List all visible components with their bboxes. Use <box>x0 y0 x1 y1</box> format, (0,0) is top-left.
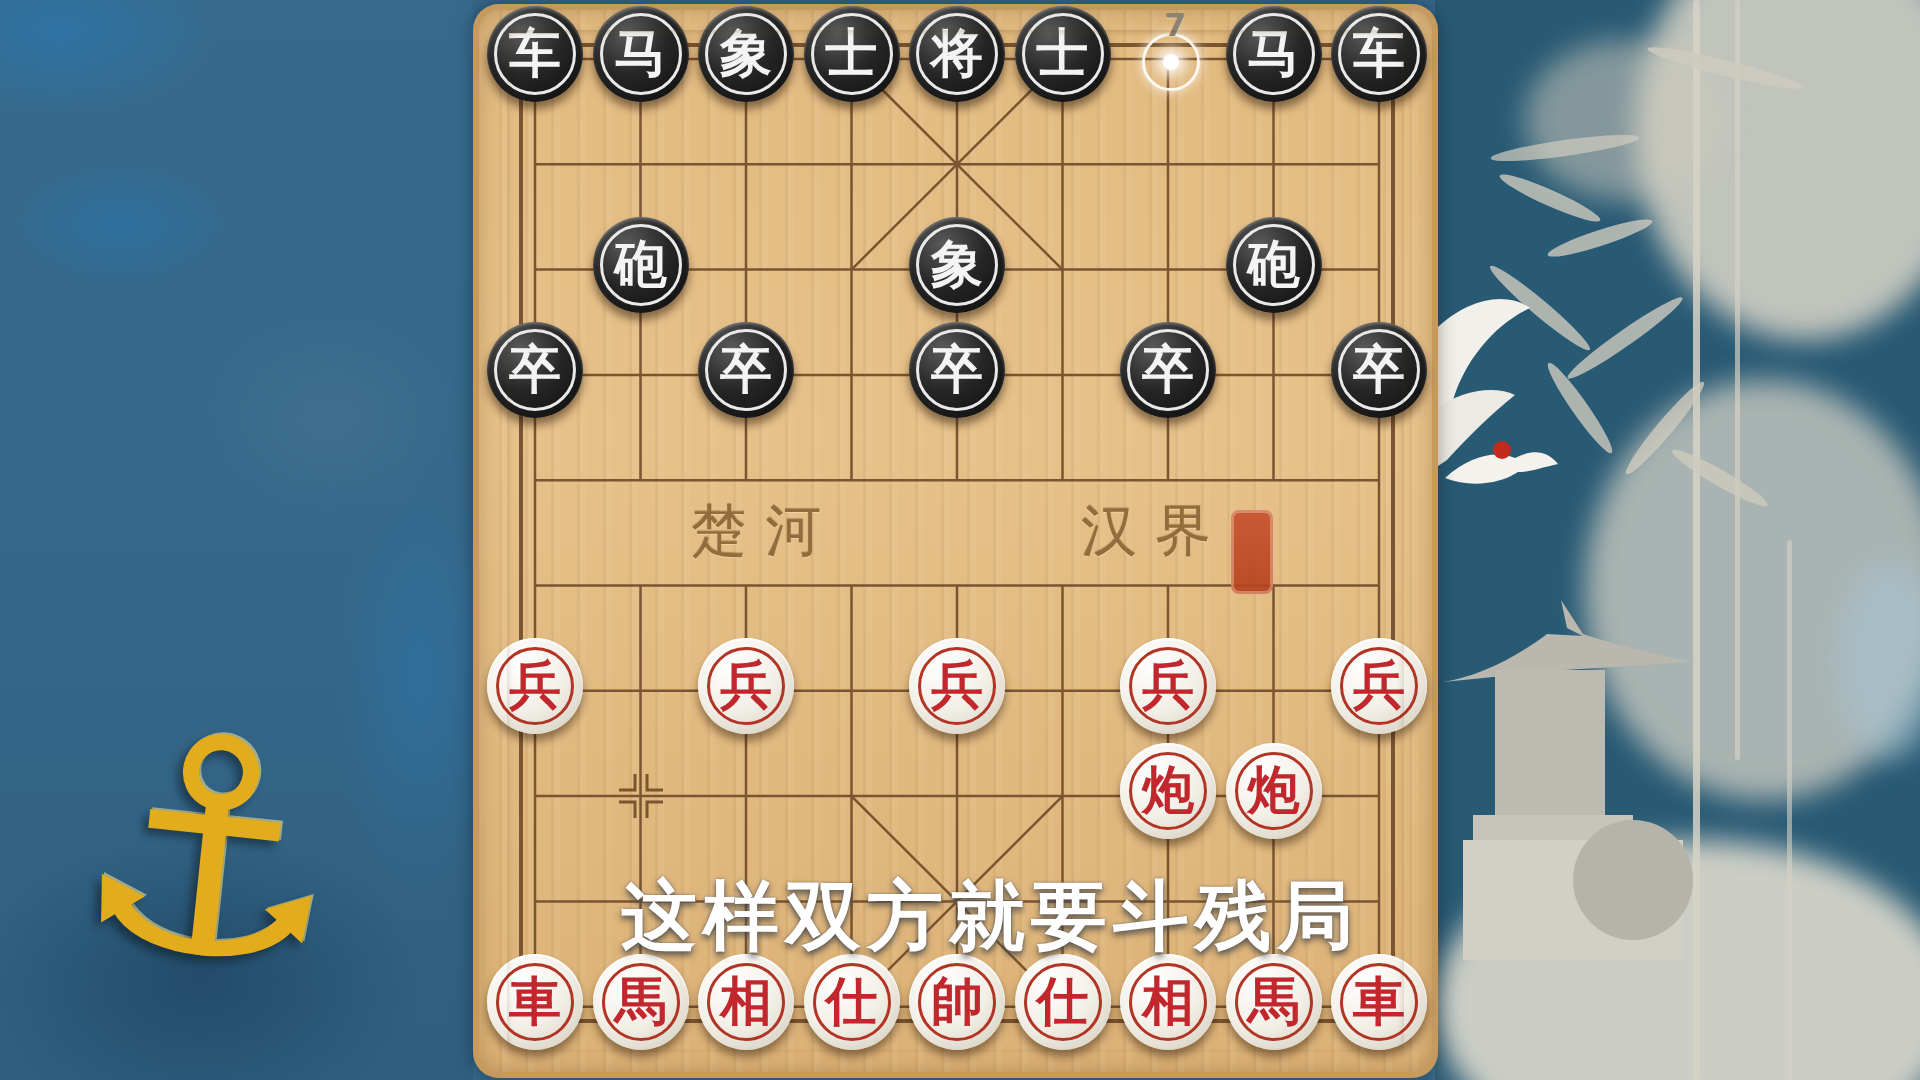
piece-character: 马 <box>1248 27 1300 79</box>
river-label-left: 楚河 <box>691 494 839 570</box>
piece-character: 兵 <box>720 659 772 711</box>
piece-black-车-f8r0[interactable]: 车 <box>1331 6 1427 102</box>
piece-character: 砲 <box>1248 238 1300 290</box>
piece-character: 仕 <box>826 975 878 1027</box>
piece-character: 车 <box>509 27 561 79</box>
piece-character: 象 <box>720 27 772 79</box>
piece-character: 相 <box>1142 975 1194 1027</box>
piece-black-马-f1r0[interactable]: 马 <box>593 6 689 102</box>
piece-red-兵-f8r6[interactable]: 兵 <box>1331 638 1427 734</box>
piece-black-卒-f0r3[interactable]: 卒 <box>487 322 583 418</box>
piece-red-炮-f6r7[interactable]: 炮 <box>1120 743 1216 839</box>
subtitle-caption: 这样双方就要斗残局 <box>621 866 1359 969</box>
anchor-icon: ⚓ <box>61 687 360 1013</box>
piece-character: 将 <box>931 27 983 79</box>
piece-character: 相 <box>720 975 772 1027</box>
piece-red-兵-f4r6[interactable]: 兵 <box>909 638 1005 734</box>
piece-red-兵-f0r6[interactable]: 兵 <box>487 638 583 734</box>
empty-cannon-point-marker <box>611 766 671 826</box>
piece-red-車-f0r9[interactable]: 車 <box>487 954 583 1050</box>
bamboo-stalk <box>1735 0 1740 760</box>
piece-character: 兵 <box>509 659 561 711</box>
piece-character: 士 <box>1037 27 1089 79</box>
piece-black-卒-f2r3[interactable]: 卒 <box>698 322 794 418</box>
piece-character: 卒 <box>1142 343 1194 395</box>
piece-character: 兵 <box>1353 659 1405 711</box>
piece-character: 兵 <box>1142 659 1194 711</box>
piece-black-卒-f6r3[interactable]: 卒 <box>1120 322 1216 418</box>
piece-black-将-f4r0[interactable]: 将 <box>909 6 1005 102</box>
piece-character: 車 <box>509 975 561 1027</box>
file-number-label: 7 <box>1164 6 1186 44</box>
piece-character: 卒 <box>720 343 772 395</box>
piece-black-马-f7r0[interactable]: 马 <box>1226 6 1322 102</box>
crane-icon <box>1440 438 1560 498</box>
bamboo-stalk <box>1787 540 1792 1080</box>
piece-character: 马 <box>615 27 667 79</box>
pavilion-painting <box>1443 600 1703 960</box>
piece-character: 卒 <box>1353 343 1405 395</box>
piece-character: 砲 <box>615 238 667 290</box>
piece-character: 卒 <box>509 343 561 395</box>
piece-black-车-f0r0[interactable]: 车 <box>487 6 583 102</box>
piece-character: 車 <box>1353 975 1405 1027</box>
piece-black-象-f2r0[interactable]: 象 <box>698 6 794 102</box>
right-background-painting <box>1435 0 1920 1080</box>
piece-character: 车 <box>1353 27 1405 79</box>
piece-character: 炮 <box>1142 764 1194 816</box>
piece-character: 仕 <box>1037 975 1089 1027</box>
piece-black-象-f4r2[interactable]: 象 <box>909 217 1005 313</box>
river-label-right: 汉界 <box>1081 494 1229 570</box>
piece-black-卒-f8r3[interactable]: 卒 <box>1331 322 1427 418</box>
piece-black-士-f5r0[interactable]: 士 <box>1015 6 1111 102</box>
piece-black-砲-f1r2[interactable]: 砲 <box>593 217 689 313</box>
piece-red-兵-f2r6[interactable]: 兵 <box>698 638 794 734</box>
piece-black-士-f3r0[interactable]: 士 <box>804 6 900 102</box>
piece-black-卒-f4r3[interactable]: 卒 <box>909 322 1005 418</box>
piece-character: 炮 <box>1248 764 1300 816</box>
piece-character: 馬 <box>615 975 667 1027</box>
piece-black-砲-f7r2[interactable]: 砲 <box>1226 217 1322 313</box>
river-seal <box>1231 510 1273 594</box>
piece-character: 帥 <box>931 975 983 1027</box>
piece-red-兵-f6r6[interactable]: 兵 <box>1120 638 1216 734</box>
piece-character: 馬 <box>1248 975 1300 1027</box>
piece-character: 士 <box>826 27 878 79</box>
piece-character: 象 <box>931 238 983 290</box>
piece-character: 卒 <box>931 343 983 395</box>
piece-red-炮-f7r7[interactable]: 炮 <box>1226 743 1322 839</box>
piece-character: 兵 <box>931 659 983 711</box>
